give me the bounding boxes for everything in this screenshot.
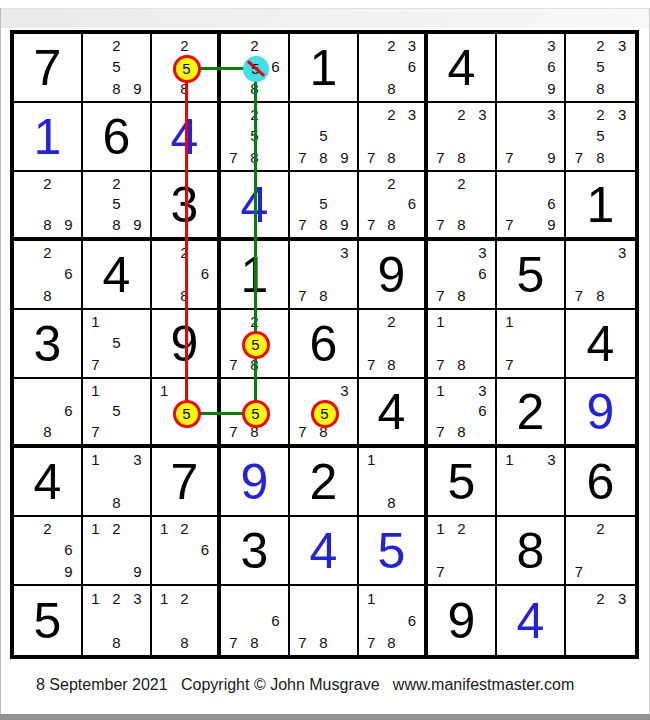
cell-value: 4: [566, 310, 635, 377]
candidate-5: 5: [313, 194, 334, 215]
window-left-edge: [0, 8, 1, 720]
candidate-7: 7: [292, 285, 313, 306]
candidate-5: 5: [244, 125, 265, 146]
candidate-7: 7: [223, 354, 244, 375]
candidate-2: 2: [590, 518, 612, 539]
cell-r1c7[interactable]: 4: [428, 34, 497, 103]
candidate-3: 3: [127, 587, 148, 609]
candidate-8: 8: [174, 285, 194, 306]
pencil-marks: 127: [430, 518, 493, 582]
candidate-6: 6: [58, 401, 79, 422]
cell-r2c2[interactable]: 6: [83, 103, 152, 172]
top-band: [0, 8, 650, 28]
candidate-6: 6: [541, 56, 562, 77]
candidate-2: 2: [244, 35, 265, 56]
candidate-7: 7: [361, 147, 381, 168]
footer-text: 8 September 2021 Copyright © John Musgra…: [36, 676, 574, 694]
candidate-8: 8: [106, 78, 127, 99]
pencil-marks: 23: [568, 587, 633, 653]
cell-r3c7[interactable]: 278: [428, 172, 497, 241]
pencil-marks: 2358: [568, 35, 633, 99]
candidate-2: 2: [590, 104, 612, 125]
candidate-7: 7: [499, 147, 520, 168]
candidate-2: 2: [451, 104, 472, 125]
cell-r8c7[interactable]: 127: [428, 517, 497, 586]
candidate-5: 5: [106, 401, 127, 422]
candidate-9: 9: [127, 561, 148, 582]
cell-value: 6: [83, 103, 150, 170]
candidate-7: 7: [430, 421, 451, 442]
candidate-8: 8: [244, 147, 265, 168]
pencil-marks: 269: [16, 518, 79, 582]
candidate-3: 3: [541, 35, 562, 56]
candidate-7: 7: [499, 214, 520, 235]
cell-value: 3: [221, 517, 288, 584]
candidate-2: 2: [106, 35, 127, 56]
cell-r9c1[interactable]: 5: [14, 586, 83, 655]
candidate-5: 5: [244, 332, 265, 353]
pencil-marks: 2378: [430, 104, 493, 168]
cell-r1c8[interactable]: 369: [497, 34, 566, 103]
cell-r4c6[interactable]: 9: [359, 241, 428, 310]
candidate-1: 1: [361, 587, 381, 609]
candidate-2: 2: [37, 518, 58, 539]
cell-r5c2[interactable]: 157: [83, 310, 152, 379]
pencil-marks: 23578: [568, 104, 633, 168]
candidate-5: 5: [244, 56, 265, 77]
candidate-7: 7: [568, 561, 590, 582]
candidate-8: 8: [381, 214, 401, 235]
candidate-8: 8: [37, 214, 58, 235]
candidate-2: 2: [37, 173, 58, 194]
candidate-9: 9: [127, 78, 148, 99]
candidate-7: 7: [85, 421, 106, 442]
candidate-2: 2: [381, 104, 401, 125]
cell-r8c4[interactable]: 3: [221, 517, 290, 586]
cell-value: 9: [221, 448, 288, 515]
cell-value: 4: [14, 448, 81, 515]
candidate-8: 8: [381, 78, 401, 99]
candidate-2: 2: [244, 104, 265, 125]
candidate-7: 7: [568, 147, 590, 168]
cell-r9c3[interactable]: 128: [152, 586, 221, 655]
sudoku-board[interactable]: 7258925825681236843692358164257857892378…: [10, 30, 639, 659]
cell-r7c7[interactable]: 5: [428, 448, 497, 517]
candidate-1: 1: [85, 449, 106, 470]
cell-r1c3[interactable]: 258: [152, 34, 221, 103]
cell-r7c1[interactable]: 4: [14, 448, 83, 517]
pencil-marks: 278: [361, 311, 422, 375]
cell-r4c5[interactable]: 378: [290, 241, 359, 310]
candidate-7: 7: [430, 147, 451, 168]
candidate-2: 2: [381, 311, 401, 332]
pencil-marks: 27: [568, 518, 633, 582]
candidate-9: 9: [334, 214, 355, 235]
candidate-8: 8: [590, 78, 612, 99]
candidate-2: 2: [174, 35, 194, 56]
candidate-7: 7: [292, 214, 313, 235]
cell-r2c6[interactable]: 2378: [359, 103, 428, 172]
candidate-2: 2: [451, 173, 472, 194]
pencil-marks: 15: [154, 380, 215, 442]
cell-r1c4[interactable]: 2568: [221, 34, 290, 103]
candidate-6: 6: [195, 539, 215, 560]
candidate-8: 8: [590, 147, 612, 168]
candidate-6: 6: [472, 263, 493, 284]
cell-r5c9[interactable]: 4: [566, 310, 635, 379]
candidate-1: 1: [430, 311, 451, 332]
cell-r1c6[interactable]: 2368: [359, 34, 428, 103]
cell-r3c5[interactable]: 5789: [290, 172, 359, 241]
pencil-marks: 3678: [430, 242, 493, 306]
cell-r5c7[interactable]: 178: [428, 310, 497, 379]
pencil-marks: 2589: [85, 173, 148, 235]
cell-r6c3[interactable]: 15: [152, 379, 221, 448]
candidate-5: 5: [313, 401, 334, 422]
candidate-2: 2: [174, 587, 194, 609]
candidate-8: 8: [381, 631, 401, 653]
candidate-6: 6: [402, 194, 422, 215]
cell-r1c5[interactable]: 1: [290, 34, 359, 103]
candidate-9: 9: [541, 147, 562, 168]
candidate-6: 6: [265, 609, 286, 631]
cell-value: 6: [290, 310, 357, 377]
candidate-2: 2: [174, 518, 194, 539]
candidate-8: 8: [451, 214, 472, 235]
cell-r6c7[interactable]: 13678: [428, 379, 497, 448]
candidate-1: 1: [430, 380, 451, 401]
candidate-5: 5: [244, 401, 265, 422]
candidate-3: 3: [611, 242, 633, 263]
candidate-2: 2: [37, 242, 58, 263]
candidate-2: 2: [174, 242, 194, 263]
cell-r6c6[interactable]: 4: [359, 379, 428, 448]
cell-value: 4: [290, 517, 357, 584]
cell-r9c2[interactable]: 1238: [83, 586, 152, 655]
candidate-5: 5: [174, 56, 194, 77]
candidate-2: 2: [381, 173, 401, 194]
candidate-8: 8: [451, 285, 472, 306]
cell-value: 4: [497, 586, 564, 655]
candidate-7: 7: [85, 354, 106, 375]
pencil-marks: 378: [568, 242, 633, 306]
candidate-1: 1: [85, 380, 106, 401]
pencil-marks: 268: [16, 242, 79, 306]
cell-value: 9: [359, 241, 424, 308]
candidate-1: 1: [85, 518, 106, 539]
cell-r8c6[interactable]: 5: [359, 517, 428, 586]
candidate-8: 8: [313, 631, 334, 653]
candidate-1: 1: [85, 587, 106, 609]
candidate-7: 7: [292, 421, 313, 442]
cell-r8c9[interactable]: 27: [566, 517, 635, 586]
candidate-2: 2: [590, 35, 612, 56]
candidate-3: 3: [402, 35, 422, 56]
candidate-7: 7: [292, 147, 313, 168]
candidate-9: 9: [541, 214, 562, 235]
pencil-marks: 2589: [85, 35, 148, 99]
cell-r1c1[interactable]: 7: [14, 34, 83, 103]
pencil-marks: 578: [223, 380, 286, 442]
candidate-6: 6: [58, 263, 79, 284]
pencil-marks: 178: [430, 311, 493, 375]
candidate-8: 8: [590, 285, 612, 306]
candidate-8: 8: [244, 78, 265, 99]
candidate-8: 8: [451, 147, 472, 168]
candidate-1: 1: [85, 311, 106, 332]
pencil-marks: 5789: [292, 104, 355, 168]
cell-value: 3: [152, 172, 217, 237]
candidate-3: 3: [334, 380, 355, 401]
candidate-2: 2: [381, 35, 401, 56]
cell-value: 5: [359, 517, 424, 584]
cell-r4c8[interactable]: 5: [497, 241, 566, 310]
pencil-marks: 289: [16, 173, 79, 235]
cell-r9c9[interactable]: 23: [566, 586, 635, 655]
cell-r8c3[interactable]: 126: [152, 517, 221, 586]
cell-r8c1[interactable]: 269: [14, 517, 83, 586]
candidate-1: 1: [154, 587, 174, 609]
candidate-6: 6: [58, 539, 79, 560]
cell-r9c7[interactable]: 9: [428, 586, 497, 655]
candidate-7: 7: [223, 147, 244, 168]
candidate-6: 6: [265, 56, 286, 77]
cell-r3c2[interactable]: 2589: [83, 172, 152, 241]
pencil-marks: 2678: [361, 173, 422, 235]
candidate-8: 8: [451, 354, 472, 375]
cell-value: 1: [566, 172, 635, 237]
candidate-8: 8: [381, 147, 401, 168]
pencil-marks: 68: [16, 380, 79, 442]
candidate-6: 6: [472, 401, 493, 422]
candidate-2: 2: [106, 173, 127, 194]
cell-value: 4: [152, 103, 217, 170]
candidate-9: 9: [541, 78, 562, 99]
candidate-5: 5: [174, 401, 194, 422]
pencil-marks: 157: [85, 380, 148, 442]
pencil-marks: 2378: [361, 104, 422, 168]
candidate-7: 7: [361, 631, 381, 653]
cell-r6c1[interactable]: 68: [14, 379, 83, 448]
candidate-8: 8: [381, 492, 401, 513]
candidate-6: 6: [195, 263, 215, 284]
candidate-1: 1: [499, 311, 520, 332]
cell-r6c9[interactable]: 9: [566, 379, 635, 448]
cell-r9c4[interactable]: 678: [221, 586, 290, 655]
pencil-marks: 157: [85, 311, 148, 375]
candidate-3: 3: [541, 104, 562, 125]
candidate-5: 5: [106, 194, 127, 215]
cell-value: 8: [497, 517, 564, 584]
candidate-9: 9: [127, 214, 148, 235]
pencil-marks: 2368: [361, 35, 422, 99]
candidate-8: 8: [106, 631, 127, 653]
pencil-marks: 2578: [223, 311, 286, 375]
cell-r3c9[interactable]: 1: [566, 172, 635, 241]
candidate-3: 3: [334, 242, 355, 263]
candidate-5: 5: [313, 125, 334, 146]
candidate-6: 6: [402, 609, 422, 631]
pencil-marks: 268: [154, 242, 215, 306]
pencil-marks: 138: [85, 449, 148, 513]
candidate-6: 6: [402, 56, 422, 77]
candidate-3: 3: [611, 587, 633, 609]
pencil-marks: 1238: [85, 587, 148, 653]
cell-value: 4: [221, 172, 288, 237]
cell-r4c3[interactable]: 268: [152, 241, 221, 310]
cell-value: 1: [290, 34, 357, 101]
candidate-5: 5: [106, 56, 127, 77]
candidate-9: 9: [58, 214, 79, 235]
cell-r7c6[interactable]: 18: [359, 448, 428, 517]
cell-r7c5[interactable]: 2: [290, 448, 359, 517]
cell-r7c3[interactable]: 7: [152, 448, 221, 517]
cell-r7c8[interactable]: 13: [497, 448, 566, 517]
cell-r5c8[interactable]: 17: [497, 310, 566, 379]
candidate-3: 3: [472, 242, 493, 263]
candidate-8: 8: [244, 354, 265, 375]
candidate-1: 1: [430, 518, 451, 539]
candidate-3: 3: [611, 35, 633, 56]
cell-r4c7[interactable]: 3678: [428, 241, 497, 310]
candidate-9: 9: [334, 147, 355, 168]
cell-r2c3[interactable]: 4: [152, 103, 221, 172]
pencil-marks: 128: [154, 587, 215, 653]
pencil-marks: 126: [154, 518, 215, 582]
cell-r3c8[interactable]: 679: [497, 172, 566, 241]
cell-r1c2[interactable]: 2589: [83, 34, 152, 103]
candidate-6: 6: [541, 194, 562, 215]
pencil-marks: 1678: [361, 587, 422, 653]
cell-r3c1[interactable]: 289: [14, 172, 83, 241]
pencil-marks: 18: [361, 449, 422, 513]
candidate-7: 7: [223, 421, 244, 442]
candidate-7: 7: [568, 285, 590, 306]
cell-r9c5[interactable]: 78: [290, 586, 359, 655]
candidate-5: 5: [590, 56, 612, 77]
cell-r5c5[interactable]: 6: [290, 310, 359, 379]
candidate-3: 3: [402, 104, 422, 125]
cell-value: 6: [566, 448, 635, 515]
candidate-8: 8: [174, 78, 194, 99]
cell-r6c5[interactable]: 3578: [290, 379, 359, 448]
pencil-marks: 2578: [223, 104, 286, 168]
cell-r2c1[interactable]: 1: [14, 103, 83, 172]
cell-r2c9[interactable]: 23578: [566, 103, 635, 172]
pencil-marks: 129: [85, 518, 148, 582]
cell-value: 7: [14, 34, 81, 101]
candidate-3: 3: [472, 380, 493, 401]
cell-r2c7[interactable]: 2378: [428, 103, 497, 172]
cell-r9c8[interactable]: 4: [497, 586, 566, 655]
pencil-marks: 17: [499, 311, 562, 375]
cell-r9c6[interactable]: 1678: [359, 586, 428, 655]
candidate-7: 7: [223, 631, 244, 653]
candidate-7: 7: [499, 354, 520, 375]
cell-r5c6[interactable]: 278: [359, 310, 428, 379]
cell-r2c5[interactable]: 5789: [290, 103, 359, 172]
pencil-marks: 278: [430, 173, 493, 235]
candidate-8: 8: [313, 285, 334, 306]
candidate-1: 1: [154, 380, 174, 401]
cell-r4c9[interactable]: 378: [566, 241, 635, 310]
candidate-8: 8: [313, 214, 334, 235]
cell-value: 4: [428, 34, 495, 101]
cell-value: 2: [497, 379, 564, 444]
candidate-8: 8: [174, 631, 194, 653]
cell-r5c1[interactable]: 3: [14, 310, 83, 379]
window-bottom-edge: [0, 714, 650, 720]
cell-r5c3[interactable]: 9: [152, 310, 221, 379]
candidate-8: 8: [106, 492, 127, 513]
candidate-5: 5: [590, 125, 612, 146]
candidate-8: 8: [451, 421, 472, 442]
candidate-2: 2: [106, 518, 127, 539]
cell-r3c3[interactable]: 3: [152, 172, 221, 241]
candidate-2: 2: [590, 587, 612, 609]
cell-r4c2[interactable]: 4: [83, 241, 152, 310]
cell-r8c5[interactable]: 4: [290, 517, 359, 586]
candidate-8: 8: [244, 421, 265, 442]
cell-r7c4[interactable]: 9: [221, 448, 290, 517]
cell-r6c4[interactable]: 578: [221, 379, 290, 448]
cell-value: 9: [152, 310, 217, 377]
cell-r2c8[interactable]: 379: [497, 103, 566, 172]
pencil-marks: 678: [223, 587, 286, 653]
candidate-1: 1: [499, 449, 520, 470]
cell-r3c4[interactable]: 4: [221, 172, 290, 241]
candidate-8: 8: [244, 631, 265, 653]
cell-r1c9[interactable]: 2358: [566, 34, 635, 103]
candidate-7: 7: [430, 214, 451, 235]
candidate-2: 2: [451, 518, 472, 539]
cell-value: 9: [566, 379, 635, 444]
pencil-marks: 378: [292, 242, 355, 306]
candidate-8: 8: [381, 354, 401, 375]
candidate-2: 2: [106, 587, 127, 609]
cell-r3c6[interactable]: 2678: [359, 172, 428, 241]
candidate-3: 3: [127, 449, 148, 470]
cell-value: 4: [359, 379, 424, 444]
pencil-marks: 13: [499, 449, 562, 513]
pencil-marks: 369: [499, 35, 562, 99]
cell-value: 9: [428, 586, 495, 655]
cell-value: 4: [83, 241, 150, 308]
candidate-2: 2: [244, 311, 265, 332]
pencil-marks: 5789: [292, 173, 355, 235]
pencil-marks: 679: [499, 173, 562, 235]
cell-r6c8[interactable]: 2: [497, 379, 566, 448]
cell-r2c4[interactable]: 2578: [221, 103, 290, 172]
cell-r7c2[interactable]: 138: [83, 448, 152, 517]
cell-value: 5: [14, 586, 81, 655]
candidate-5: 5: [106, 332, 127, 353]
cell-r4c1[interactable]: 268: [14, 241, 83, 310]
cell-r8c2[interactable]: 129: [83, 517, 152, 586]
cell-value: 5: [428, 448, 495, 515]
cell-r5c4[interactable]: 2578: [221, 310, 290, 379]
candidate-7: 7: [292, 631, 313, 653]
cell-r8c8[interactable]: 8: [497, 517, 566, 586]
cell-r7c9[interactable]: 6: [566, 448, 635, 517]
page: 7258925825681236843692358164257857892378…: [0, 0, 650, 720]
cell-r6c2[interactable]: 157: [83, 379, 152, 448]
candidate-8: 8: [313, 421, 334, 442]
candidate-7: 7: [361, 354, 381, 375]
candidate-8: 8: [37, 421, 58, 442]
pencil-marks: 379: [499, 104, 562, 168]
cell-r4c4[interactable]: 1: [221, 241, 290, 310]
